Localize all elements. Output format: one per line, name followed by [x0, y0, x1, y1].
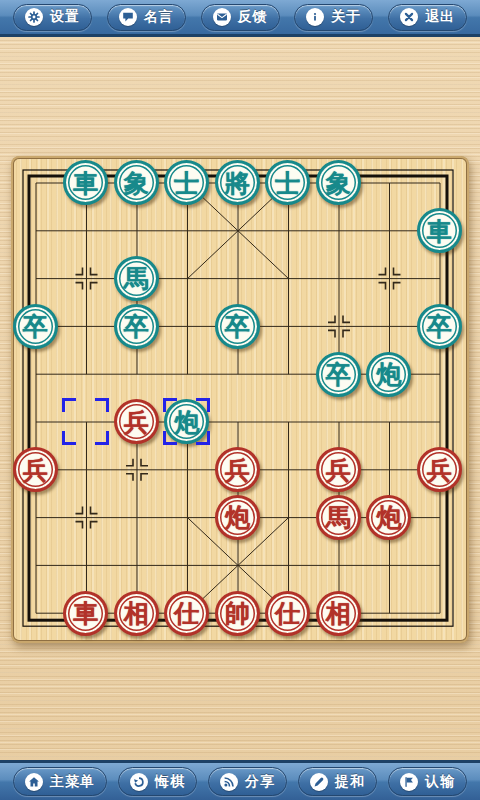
undo-icon: [130, 773, 148, 791]
piece-red-兵[interactable]: 兵: [316, 447, 361, 492]
xiangqi-board[interactable]: 車象士將士象車馬卒卒卒卒卒炮兵炮兵兵兵兵炮馬炮車相仕帥仕相: [11, 156, 469, 643]
piece-glyph: 象: [326, 170, 351, 196]
piece-glyph: 卒: [225, 313, 250, 339]
speech-bubble-icon: [119, 8, 137, 26]
share-label: 分享: [245, 773, 275, 791]
top-toolbar: 设置 名言 反馈 关于 退出: [0, 0, 480, 37]
share-broadcast-icon: [220, 773, 238, 791]
piece-black-車[interactable]: 車: [417, 208, 462, 253]
piece-glyph: 卒: [427, 313, 452, 339]
piece-glyph: 兵: [326, 457, 351, 483]
envelope-icon: [213, 8, 231, 26]
share-button[interactable]: 分享: [208, 767, 287, 796]
piece-glyph: 炮: [376, 361, 401, 387]
piece-glyph: 士: [174, 170, 199, 196]
piece-red-仕[interactable]: 仕: [164, 591, 209, 636]
piece-black-象[interactable]: 象: [114, 160, 159, 205]
piece-glyph: 相: [124, 600, 149, 626]
piece-glyph: 炮: [225, 504, 250, 530]
home-icon: [25, 773, 43, 791]
piece-red-兵[interactable]: 兵: [215, 447, 260, 492]
piece-black-士[interactable]: 士: [164, 160, 209, 205]
piece-glyph: 車: [73, 600, 98, 626]
piece-glyph: 仕: [174, 600, 199, 626]
offer-draw-button[interactable]: 提和: [298, 767, 377, 796]
piece-glyph: 車: [73, 170, 98, 196]
app: 设置 名言 反馈 关于 退出 車象士將士: [0, 0, 480, 800]
piece-black-卒[interactable]: 卒: [215, 304, 260, 349]
resign-button[interactable]: 认输: [388, 767, 467, 796]
piece-glyph: 將: [225, 170, 250, 196]
piece-red-相[interactable]: 相: [316, 591, 361, 636]
bottom-toolbar: 主菜单 悔棋 分享 提和 认输: [0, 760, 480, 800]
piece-glyph: 卒: [23, 313, 48, 339]
piece-glyph: 車: [427, 218, 452, 244]
piece-black-車[interactable]: 車: [63, 160, 108, 205]
piece-black-卒[interactable]: 卒: [114, 304, 159, 349]
piece-glyph: 士: [275, 170, 300, 196]
exit-label: 退出: [425, 8, 455, 26]
piece-glyph: 馬: [326, 504, 351, 530]
main-menu-button[interactable]: 主菜单: [13, 767, 107, 796]
undo-move-button[interactable]: 悔棋: [118, 767, 197, 796]
piece-red-兵[interactable]: 兵: [114, 399, 159, 444]
close-icon: [400, 8, 418, 26]
piece-red-帥[interactable]: 帥: [215, 591, 260, 636]
piece-glyph: 仕: [275, 600, 300, 626]
piece-glyph: 馬: [124, 265, 149, 291]
piece-red-馬[interactable]: 馬: [316, 495, 361, 540]
exit-button[interactable]: 退出: [388, 4, 467, 31]
pencil-icon: [310, 773, 328, 791]
piece-red-仕[interactable]: 仕: [265, 591, 310, 636]
piece-black-炮[interactable]: 炮: [164, 399, 209, 444]
piece-glyph: 炮: [376, 504, 401, 530]
piece-glyph: 炮: [174, 409, 199, 435]
piece-black-炮[interactable]: 炮: [366, 352, 411, 397]
piece-glyph: 兵: [23, 457, 48, 483]
settings-button[interactable]: 设置: [13, 4, 92, 31]
last-move-from-highlight: [62, 398, 109, 445]
piece-glyph: 兵: [124, 409, 149, 435]
resign-label: 认输: [425, 773, 455, 791]
flag-icon: [400, 773, 418, 791]
piece-red-車[interactable]: 車: [63, 591, 108, 636]
piece-black-卒[interactable]: 卒: [417, 304, 462, 349]
piece-glyph: 卒: [326, 361, 351, 387]
feedback-button[interactable]: 反馈: [201, 4, 280, 31]
quotes-label: 名言: [144, 8, 174, 26]
piece-glyph: 帥: [225, 600, 250, 626]
piece-red-兵[interactable]: 兵: [13, 447, 58, 492]
piece-black-將[interactable]: 將: [215, 160, 260, 205]
piece-black-象[interactable]: 象: [316, 160, 361, 205]
quotes-button[interactable]: 名言: [107, 4, 186, 31]
settings-label: 设置: [50, 8, 80, 26]
piece-glyph: 兵: [225, 457, 250, 483]
about-button[interactable]: 关于: [294, 4, 373, 31]
piece-glyph: 相: [326, 600, 351, 626]
piece-black-卒[interactable]: 卒: [316, 352, 361, 397]
main-menu-label: 主菜单: [50, 773, 95, 791]
piece-layer: 車象士將士象車馬卒卒卒卒卒炮兵炮兵兵兵兵炮馬炮車相仕帥仕相: [10, 159, 465, 637]
gear-icon: [25, 8, 43, 26]
offer-draw-label: 提和: [335, 773, 365, 791]
piece-red-炮[interactable]: 炮: [215, 495, 260, 540]
piece-glyph: 象: [124, 170, 149, 196]
piece-glyph: 卒: [124, 313, 149, 339]
piece-black-馬[interactable]: 馬: [114, 256, 159, 301]
piece-red-兵[interactable]: 兵: [417, 447, 462, 492]
piece-red-炮[interactable]: 炮: [366, 495, 411, 540]
piece-black-士[interactable]: 士: [265, 160, 310, 205]
about-label: 关于: [331, 8, 361, 26]
piece-red-相[interactable]: 相: [114, 591, 159, 636]
piece-glyph: 兵: [427, 457, 452, 483]
piece-black-卒[interactable]: 卒: [13, 304, 58, 349]
undo-move-label: 悔棋: [155, 773, 185, 791]
feedback-label: 反馈: [238, 8, 268, 26]
info-icon: [306, 8, 324, 26]
